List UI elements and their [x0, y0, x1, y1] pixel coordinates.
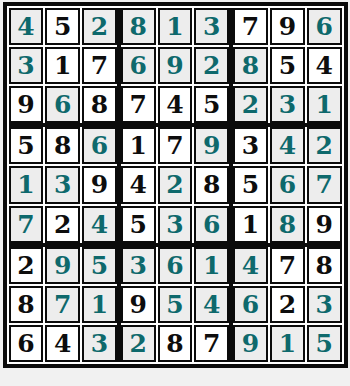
cell-r8c7[interactable]: 6 [233, 286, 268, 323]
cell-r7c1[interactable]: 2 [9, 247, 44, 284]
cell-r1c9[interactable]: 6 [307, 8, 342, 45]
cell-r6c6[interactable]: 6 [194, 206, 229, 243]
cell-r9c1[interactable]: 6 [9, 325, 44, 362]
cell-r6c7[interactable]: 1 [233, 206, 268, 243]
cell-r6c8[interactable]: 8 [270, 206, 305, 243]
cell-r2c7[interactable]: 8 [233, 47, 268, 84]
cell-r1c7[interactable]: 7 [233, 8, 268, 45]
cell-r5c9[interactable]: 7 [307, 166, 342, 203]
cell-r6c5[interactable]: 3 [158, 206, 193, 243]
cell-r4c7[interactable]: 3 [233, 127, 268, 164]
sudoku-grid: 4523179688136927457968542315861397241794… [9, 8, 342, 362]
cell-r1c4[interactable]: 8 [121, 8, 156, 45]
cell-r3c5[interactable]: 4 [158, 86, 193, 123]
cell-r5c5[interactable]: 2 [158, 166, 193, 203]
cell-r9c3[interactable]: 3 [82, 325, 117, 362]
box-6: 342567189 [233, 127, 341, 242]
cell-r3c2[interactable]: 6 [45, 86, 80, 123]
cell-r5c2[interactable]: 3 [45, 166, 80, 203]
cell-r7c5[interactable]: 6 [158, 247, 193, 284]
cell-r6c4[interactable]: 5 [121, 206, 156, 243]
cell-r2c3[interactable]: 7 [82, 47, 117, 84]
cell-r8c9[interactable]: 3 [307, 286, 342, 323]
cell-r2c5[interactable]: 9 [158, 47, 193, 84]
cell-r9c4[interactable]: 2 [121, 325, 156, 362]
box-3: 796854231 [233, 8, 341, 123]
cell-r4c1[interactable]: 5 [9, 127, 44, 164]
cell-r5c1[interactable]: 1 [9, 166, 44, 203]
cell-r2c6[interactable]: 2 [194, 47, 229, 84]
cell-r1c6[interactable]: 3 [194, 8, 229, 45]
cell-r3c8[interactable]: 3 [270, 86, 305, 123]
cell-r4c3[interactable]: 6 [82, 127, 117, 164]
cell-r7c8[interactable]: 7 [270, 247, 305, 284]
cell-r4c8[interactable]: 4 [270, 127, 305, 164]
cell-r6c3[interactable]: 4 [82, 206, 117, 243]
cell-r7c9[interactable]: 8 [307, 247, 342, 284]
cell-r3c3[interactable]: 8 [82, 86, 117, 123]
box-8: 361954287 [121, 247, 229, 362]
cell-r7c3[interactable]: 5 [82, 247, 117, 284]
cell-r6c2[interactable]: 2 [45, 206, 80, 243]
cell-r1c5[interactable]: 1 [158, 8, 193, 45]
cell-r1c1[interactable]: 4 [9, 8, 44, 45]
cell-r8c1[interactable]: 8 [9, 286, 44, 323]
cell-r1c8[interactable]: 9 [270, 8, 305, 45]
cell-r3c7[interactable]: 2 [233, 86, 268, 123]
cell-r2c4[interactable]: 6 [121, 47, 156, 84]
cell-r8c2[interactable]: 7 [45, 286, 80, 323]
cell-r4c4[interactable]: 1 [121, 127, 156, 164]
cell-r3c4[interactable]: 7 [121, 86, 156, 123]
cell-r9c8[interactable]: 1 [270, 325, 305, 362]
cell-r9c6[interactable]: 7 [194, 325, 229, 362]
cell-r2c9[interactable]: 4 [307, 47, 342, 84]
cell-r5c6[interactable]: 8 [194, 166, 229, 203]
box-7: 295871643 [9, 247, 117, 362]
cell-r4c9[interactable]: 2 [307, 127, 342, 164]
cell-r2c8[interactable]: 5 [270, 47, 305, 84]
cell-r8c5[interactable]: 5 [158, 286, 193, 323]
cell-r5c3[interactable]: 9 [82, 166, 117, 203]
cell-r7c4[interactable]: 3 [121, 247, 156, 284]
cell-r2c1[interactable]: 3 [9, 47, 44, 84]
cell-r5c8[interactable]: 6 [270, 166, 305, 203]
cell-r3c9[interactable]: 1 [307, 86, 342, 123]
box-4: 586139724 [9, 127, 117, 242]
cell-r8c3[interactable]: 1 [82, 286, 117, 323]
cell-r7c7[interactable]: 4 [233, 247, 268, 284]
cell-r6c9[interactable]: 9 [307, 206, 342, 243]
cell-r9c5[interactable]: 8 [158, 325, 193, 362]
cell-r7c6[interactable]: 1 [194, 247, 229, 284]
box-9: 478623915 [233, 247, 341, 362]
cell-r8c8[interactable]: 2 [270, 286, 305, 323]
cell-r7c2[interactable]: 9 [45, 247, 80, 284]
box-2: 813692745 [121, 8, 229, 123]
cell-r3c6[interactable]: 5 [194, 86, 229, 123]
cell-r4c5[interactable]: 7 [158, 127, 193, 164]
cell-r1c3[interactable]: 2 [82, 8, 117, 45]
cell-r1c2[interactable]: 5 [45, 8, 80, 45]
cell-r4c2[interactable]: 8 [45, 127, 80, 164]
cell-r8c6[interactable]: 4 [194, 286, 229, 323]
cell-r9c7[interactable]: 9 [233, 325, 268, 362]
sudoku-board: 4523179688136927457968542315861397241794… [3, 2, 348, 368]
cell-r9c9[interactable]: 5 [307, 325, 342, 362]
box-5: 179428536 [121, 127, 229, 242]
cell-r2c2[interactable]: 1 [45, 47, 80, 84]
cell-r9c2[interactable]: 4 [45, 325, 80, 362]
cell-r8c4[interactable]: 9 [121, 286, 156, 323]
cell-r4c6[interactable]: 9 [194, 127, 229, 164]
cell-r6c1[interactable]: 7 [9, 206, 44, 243]
cell-r5c4[interactable]: 4 [121, 166, 156, 203]
cell-r3c1[interactable]: 9 [9, 86, 44, 123]
cell-r5c7[interactable]: 5 [233, 166, 268, 203]
box-1: 452317968 [9, 8, 117, 123]
